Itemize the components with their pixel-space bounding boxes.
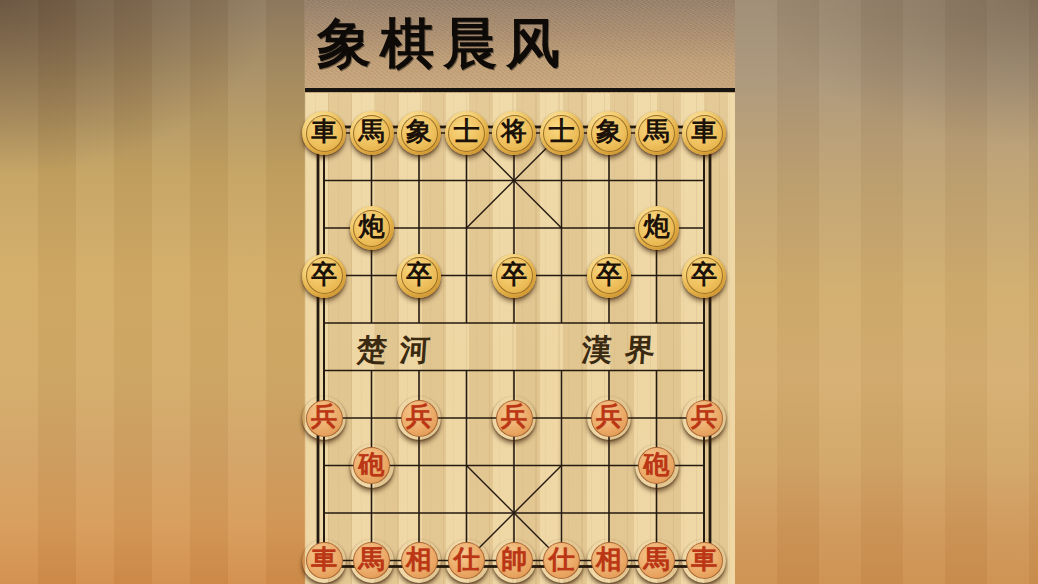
piece-character: 卒: [596, 262, 622, 288]
piece-士-black[interactable]: 士: [445, 111, 489, 155]
piece-車-red[interactable]: 車: [302, 539, 346, 583]
piece-face: 卒: [686, 257, 723, 294]
piece-character: 帥: [501, 547, 527, 573]
piece-車-black[interactable]: 車: [302, 111, 346, 155]
piece-character: 相: [406, 547, 432, 573]
piece-士-black[interactable]: 士: [540, 111, 584, 155]
piece-face: 相: [591, 542, 628, 579]
piece-兵-red[interactable]: 兵: [397, 396, 441, 440]
piece-馬-red[interactable]: 馬: [635, 539, 679, 583]
piece-卒-black[interactable]: 卒: [302, 254, 346, 298]
piece-馬-black[interactable]: 馬: [350, 111, 394, 155]
piece-character: 車: [691, 547, 717, 573]
piece-character: 仕: [549, 547, 575, 573]
piece-character: 兵: [691, 404, 717, 430]
background-blur-left: [0, 0, 305, 584]
piece-character: 兵: [596, 404, 622, 430]
piece-将-black[interactable]: 将: [492, 111, 536, 155]
piece-character: 炮: [644, 214, 670, 240]
piece-character: 卒: [311, 262, 337, 288]
piece-卒-black[interactable]: 卒: [682, 254, 726, 298]
piece-砲-red[interactable]: 砲: [350, 444, 394, 488]
piece-馬-red[interactable]: 馬: [350, 539, 394, 583]
piece-face: 将: [496, 115, 533, 152]
piece-砲-red[interactable]: 砲: [635, 444, 679, 488]
piece-炮-black[interactable]: 炮: [635, 206, 679, 250]
piece-face: 兵: [306, 400, 343, 437]
piece-卒-black[interactable]: 卒: [587, 254, 631, 298]
piece-face: 砲: [638, 447, 675, 484]
piece-face: 卒: [306, 257, 343, 294]
title-separator: [305, 88, 735, 92]
piece-相-red[interactable]: 相: [587, 539, 631, 583]
piece-character: 兵: [311, 404, 337, 430]
piece-character: 士: [454, 119, 480, 145]
piece-face: 車: [306, 115, 343, 152]
piece-馬-black[interactable]: 馬: [635, 111, 679, 155]
piece-face: 馬: [638, 542, 675, 579]
piece-character: 馬: [359, 119, 385, 145]
piece-character: 象: [406, 119, 432, 145]
piece-character: 兵: [406, 404, 432, 430]
piece-卒-black[interactable]: 卒: [397, 254, 441, 298]
piece-face: 炮: [638, 210, 675, 247]
piece-face: 車: [686, 542, 723, 579]
piece-face: 卒: [401, 257, 438, 294]
piece-character: 馬: [644, 547, 670, 573]
piece-帥-red[interactable]: 帥: [492, 539, 536, 583]
piece-車-black[interactable]: 車: [682, 111, 726, 155]
piece-character: 象: [596, 119, 622, 145]
piece-character: 仕: [454, 547, 480, 573]
piece-character: 砲: [644, 452, 670, 478]
piece-character: 車: [691, 119, 717, 145]
piece-face: 卒: [496, 257, 533, 294]
background-blur-right: [735, 0, 1038, 584]
piece-face: 炮: [353, 210, 390, 247]
piece-face: 馬: [353, 115, 390, 152]
piece-character: 馬: [359, 547, 385, 573]
piece-character: 馬: [644, 119, 670, 145]
video-frame: 象棋晨风 楚河 漢界 車馬象士将士象馬車炮炮卒卒卒卒卒兵兵兵兵兵砲砲車馬相仕帥仕…: [0, 0, 1038, 584]
piece-相-red[interactable]: 相: [397, 539, 441, 583]
piece-face: 馬: [638, 115, 675, 152]
app-panel: 象棋晨风 楚河 漢界 車馬象士将士象馬車炮炮卒卒卒卒卒兵兵兵兵兵砲砲車馬相仕帥仕…: [305, 0, 735, 584]
piece-character: 卒: [691, 262, 717, 288]
piece-兵-red[interactable]: 兵: [302, 396, 346, 440]
piece-face: 車: [686, 115, 723, 152]
piece-face: 兵: [591, 400, 628, 437]
piece-兵-red[interactable]: 兵: [682, 396, 726, 440]
title-bar: 象棋晨风: [305, 0, 735, 93]
piece-character: 卒: [406, 262, 432, 288]
piece-炮-black[interactable]: 炮: [350, 206, 394, 250]
piece-face: 車: [306, 542, 343, 579]
piece-face: 兵: [401, 400, 438, 437]
piece-face: 象: [401, 115, 438, 152]
piece-face: 兵: [686, 400, 723, 437]
piece-face: 帥: [496, 542, 533, 579]
piece-character: 兵: [501, 404, 527, 430]
piece-face: 卒: [591, 257, 628, 294]
piece-face: 象: [591, 115, 628, 152]
piece-仕-red[interactable]: 仕: [445, 539, 489, 583]
piece-face: 砲: [353, 447, 390, 484]
piece-face: 士: [543, 115, 580, 152]
piece-face: 馬: [353, 542, 390, 579]
piece-象-black[interactable]: 象: [397, 111, 441, 155]
piece-face: 仕: [543, 542, 580, 579]
piece-character: 将: [501, 119, 527, 145]
piece-兵-red[interactable]: 兵: [492, 396, 536, 440]
piece-character: 車: [311, 119, 337, 145]
piece-face: 兵: [496, 400, 533, 437]
app-title: 象棋晨风: [317, 8, 569, 81]
piece-character: 炮: [359, 214, 385, 240]
piece-兵-red[interactable]: 兵: [587, 396, 631, 440]
piece-character: 車: [311, 547, 337, 573]
piece-象-black[interactable]: 象: [587, 111, 631, 155]
piece-face: 仕: [448, 542, 485, 579]
piece-character: 士: [549, 119, 575, 145]
piece-character: 砲: [359, 452, 385, 478]
piece-character: 卒: [501, 262, 527, 288]
river-label-chu-he: 楚河: [356, 330, 445, 371]
river-label-han-jie: 漢界: [581, 330, 670, 371]
piece-卒-black[interactable]: 卒: [492, 254, 536, 298]
piece-face: 士: [448, 115, 485, 152]
piece-face: 相: [401, 542, 438, 579]
xiangqi-board[interactable]: 楚河 漢界 車馬象士将士象馬車炮炮卒卒卒卒卒兵兵兵兵兵砲砲車馬相仕帥仕相馬車: [305, 93, 735, 584]
piece-車-red[interactable]: 車: [682, 539, 726, 583]
piece-character: 相: [596, 547, 622, 573]
piece-仕-red[interactable]: 仕: [540, 539, 584, 583]
